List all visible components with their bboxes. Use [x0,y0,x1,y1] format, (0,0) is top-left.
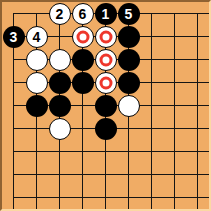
black-stone [49,72,71,94]
intersection[interactable] [140,186,163,209]
intersection[interactable] [186,48,209,71]
intersection[interactable] [48,48,71,71]
go-board: 261534 [0,0,211,211]
intersection[interactable] [71,25,94,48]
intersection[interactable] [2,94,25,117]
intersection[interactable] [186,117,209,140]
white-stone [49,118,71,140]
black-stone [72,72,94,94]
intersection[interactable] [140,163,163,186]
move-number: 2 [56,7,64,21]
white-stone [26,72,48,94]
intersection[interactable] [25,2,48,25]
intersection[interactable] [117,140,140,163]
intersection[interactable] [25,94,48,117]
intersection[interactable] [117,186,140,209]
intersection[interactable] [117,25,140,48]
intersection[interactable] [186,25,209,48]
intersection[interactable] [140,71,163,94]
black-stone [72,49,94,71]
black-stone: 1 [95,3,117,25]
white-stone [26,49,48,71]
intersection[interactable] [48,94,71,117]
intersection[interactable] [71,117,94,140]
intersection[interactable] [163,140,186,163]
intersection[interactable] [71,94,94,117]
intersection[interactable]: 5 [117,2,140,25]
intersection[interactable] [2,140,25,163]
white-stone: 2 [49,3,71,25]
move-number: 6 [79,7,87,21]
intersection[interactable] [163,25,186,48]
white-stone: 6 [72,3,94,25]
intersection[interactable] [186,163,209,186]
white-stone [95,72,117,94]
move-number: 5 [125,7,133,21]
black-stone: 5 [118,3,140,25]
white-stone: 4 [26,26,48,48]
intersection[interactable] [71,140,94,163]
intersection[interactable] [186,71,209,94]
intersection[interactable] [186,140,209,163]
intersection[interactable] [48,140,71,163]
intersection[interactable] [2,48,25,71]
intersection[interactable] [94,117,117,140]
intersection[interactable] [48,25,71,48]
black-stone [118,26,140,48]
intersection[interactable] [25,140,48,163]
intersection[interactable]: 1 [94,2,117,25]
intersection[interactable] [25,163,48,186]
intersection[interactable]: 2 [48,2,71,25]
intersection[interactable] [140,140,163,163]
black-stone [118,49,140,71]
move-number: 4 [33,30,41,44]
intersection[interactable] [117,71,140,94]
intersection[interactable] [94,48,117,71]
intersection[interactable] [163,2,186,25]
intersection[interactable] [48,186,71,209]
intersection[interactable] [2,117,25,140]
move-number: 3 [10,30,18,44]
circle-mark-icon [76,30,89,43]
intersection[interactable] [94,94,117,117]
intersection[interactable] [94,140,117,163]
intersection[interactable]: 6 [71,2,94,25]
intersection[interactable] [163,117,186,140]
circle-mark-icon [99,30,112,43]
white-stone [118,95,140,117]
black-stone: 3 [3,26,25,48]
white-stone [95,49,117,71]
white-stone [49,49,71,71]
intersection[interactable] [48,71,71,94]
black-stone [49,95,71,117]
intersection[interactable] [94,186,117,209]
intersection[interactable] [71,71,94,94]
black-stone [118,72,140,94]
intersection[interactable] [25,117,48,140]
intersection[interactable] [163,71,186,94]
intersection[interactable] [71,186,94,209]
intersection[interactable] [117,117,140,140]
white-stone [72,26,94,48]
intersection[interactable] [94,71,117,94]
circle-mark-icon [99,76,112,89]
intersection[interactable] [117,48,140,71]
intersection[interactable] [94,163,117,186]
intersection[interactable] [163,163,186,186]
intersection[interactable] [186,2,209,25]
move-number: 1 [102,7,110,21]
intersection[interactable] [25,71,48,94]
intersection[interactable] [163,94,186,117]
intersection[interactable] [25,186,48,209]
intersection[interactable]: 3 [2,25,25,48]
intersection[interactable] [71,163,94,186]
intersection[interactable] [2,163,25,186]
intersection[interactable] [25,48,48,71]
intersection[interactable] [117,94,140,117]
intersection[interactable] [71,48,94,71]
intersection[interactable] [163,186,186,209]
intersection[interactable] [48,163,71,186]
intersection[interactable] [117,163,140,186]
intersection[interactable] [140,94,163,117]
intersection[interactable] [140,117,163,140]
intersection[interactable] [2,71,25,94]
intersection[interactable] [2,2,25,25]
intersection[interactable] [140,48,163,71]
black-stone [95,118,117,140]
intersection[interactable] [140,2,163,25]
intersection[interactable]: 4 [25,25,48,48]
intersection[interactable] [186,186,209,209]
intersection[interactable] [94,25,117,48]
white-stone [95,26,117,48]
black-stone [26,95,48,117]
intersection[interactable] [140,25,163,48]
intersection[interactable] [48,117,71,140]
intersection[interactable] [186,94,209,117]
intersection[interactable] [2,186,25,209]
go-grid: 261534 [2,2,209,209]
intersection[interactable] [163,48,186,71]
circle-mark-icon [99,53,112,66]
black-stone [95,95,117,117]
